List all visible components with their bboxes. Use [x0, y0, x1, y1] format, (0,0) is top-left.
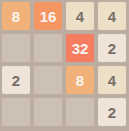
- empty-cell-r2c2: [34, 34, 62, 62]
- tile-32-r2c3: 32: [66, 34, 94, 62]
- empty-cell-r4c3: [66, 98, 94, 126]
- tile-8-r3c3: 8: [66, 66, 94, 94]
- tile-4-r1c4: 4: [98, 2, 126, 30]
- tile-2-r4c4: 2: [98, 98, 126, 126]
- tile-2-r3c1: 2: [2, 66, 30, 94]
- 2048-board[interactable]: 816443222842: [0, 0, 129, 131]
- empty-cell-r2c1: [2, 34, 30, 62]
- tile-8-r1c1: 8: [2, 2, 30, 30]
- tile-4-r1c3: 4: [66, 2, 94, 30]
- tile-16-r1c2: 16: [34, 2, 62, 30]
- empty-cell-r3c2: [34, 66, 62, 94]
- empty-cell-r4c1: [2, 98, 30, 126]
- tile-4-r3c4: 4: [98, 66, 126, 94]
- empty-cell-r4c2: [34, 98, 62, 126]
- tile-2-r2c4: 2: [98, 34, 126, 62]
